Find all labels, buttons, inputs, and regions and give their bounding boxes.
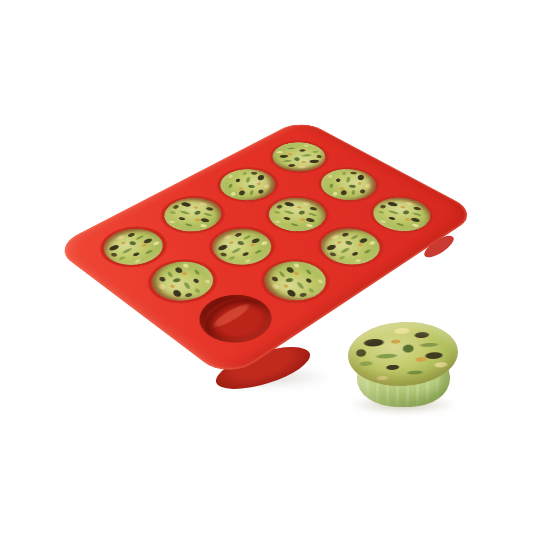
muffin-r2c1 bbox=[143, 256, 223, 308]
product-photo bbox=[0, 0, 533, 533]
muffin-r3c2 bbox=[255, 256, 337, 308]
muffin-r3c3 bbox=[309, 222, 392, 273]
muffin-r2c4 bbox=[318, 167, 379, 203]
muffin-r1c3 bbox=[215, 167, 279, 203]
muffin-r1c4 bbox=[269, 141, 329, 174]
muffin-r3c4 bbox=[364, 192, 438, 237]
muffin-r2c3 bbox=[259, 192, 335, 237]
standalone-muffin bbox=[348, 324, 460, 414]
